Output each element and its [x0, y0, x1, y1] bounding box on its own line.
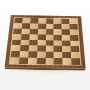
board-square	[71, 58, 80, 65]
board-perspective-wrapper	[5, 0, 87, 69]
board-square	[63, 58, 72, 65]
board-square	[19, 58, 28, 65]
board-square	[36, 58, 45, 65]
pinstripe-inlay	[9, 17, 81, 65]
board-square	[54, 58, 63, 65]
board-square	[28, 58, 37, 65]
board-tilt-wrapper	[0, 0, 90, 90]
board-square	[45, 58, 54, 65]
chess-board	[5, 15, 86, 69]
photo-background	[0, 0, 90, 90]
squares-grid	[10, 18, 80, 65]
